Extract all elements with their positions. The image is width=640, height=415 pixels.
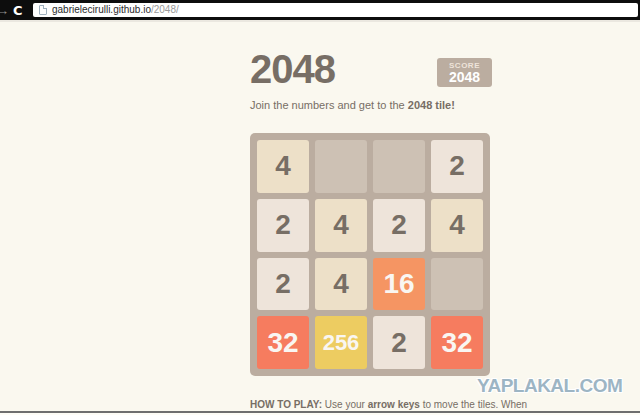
empty-cell [431,258,483,311]
subtitle-text: Join the numbers and get to the [250,99,408,111]
howto-text: HOW TO PLAY: Use your arrow keys to move… [250,399,527,410]
tile-4: 4 [431,199,483,252]
watermark: YAPLAKAL.COM [477,376,622,395]
tile-4: 4 [315,199,367,252]
tile-4: 4 [315,258,367,311]
tile-2: 2 [257,258,309,311]
score-value: 2048 [437,70,492,85]
tile-2: 2 [373,316,425,369]
url-domain: gabrielecirulli.github.io [52,4,151,15]
forward-arrow-icon[interactable]: → [0,3,9,18]
reload-icon[interactable]: C [13,3,23,18]
tile-256: 256 [315,316,367,369]
page-icon [39,5,47,15]
tile-2: 2 [257,199,309,252]
empty-cell [315,140,367,193]
url-text: gabrielecirulli.github.io/2048/ [52,4,179,16]
url-bar[interactable]: gabrielecirulli.github.io/2048/ [33,3,638,17]
game-board: 422424241632256232 [250,133,490,376]
subtitle-goal: 2048 tile! [408,99,455,111]
screenshot-root: → C gabrielecirulli.github.io/2048/ 2048… [0,0,640,415]
tile-32: 32 [257,316,309,369]
subtitle: Join the numbers and get to the 2048 til… [250,99,455,111]
tile-2: 2 [373,199,425,252]
tile-16: 16 [373,258,425,311]
empty-cell [373,140,425,193]
page-title: 2048 [250,49,335,89]
howto-label: HOW TO PLAY: [250,399,322,410]
browser-toolbar: → C gabrielecirulli.github.io/2048/ [0,0,640,22]
howto-arrow-keys: arrow keys [368,399,420,410]
tile-2: 2 [431,140,483,193]
url-path: /2048/ [151,4,179,15]
tile-4: 4 [257,140,309,193]
tile-32: 32 [431,316,483,369]
score-box: SCORE 2048 [437,58,492,87]
